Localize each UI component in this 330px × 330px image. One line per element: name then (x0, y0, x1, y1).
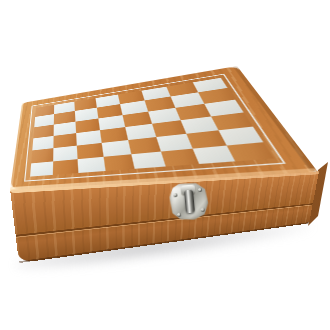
board-square-white (131, 151, 165, 169)
metal-clasp (168, 181, 209, 221)
box-lid-top (10, 66, 318, 190)
board-square-wood (53, 159, 78, 175)
board-square-wood (104, 154, 135, 172)
board-square-white (29, 161, 53, 177)
lid-left-bevel (10, 103, 24, 190)
board-square-white (78, 156, 106, 173)
product-photo (0, 0, 330, 330)
clasp-lever (184, 190, 195, 214)
